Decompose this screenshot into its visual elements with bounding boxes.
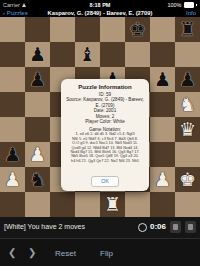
square-a6[interactable]	[0, 67, 25, 92]
flip-button[interactable]: Flip	[100, 249, 113, 258]
bottom-toolbar: ❮ ❯ Reset Flip	[0, 238, 200, 266]
square-g5[interactable]	[150, 92, 175, 117]
square-h7[interactable]	[175, 42, 200, 67]
square-g2[interactable]: ♟	[150, 167, 175, 192]
square-a2[interactable]: ♟	[0, 167, 25, 192]
message-bar: [White] You have 2 moves 0:06	[0, 217, 200, 238]
square-g8[interactable]	[150, 17, 175, 42]
square-h4[interactable]: ♛	[175, 117, 200, 142]
square-b5[interactable]	[25, 92, 50, 117]
white-pawn[interactable]: ♟	[150, 167, 175, 192]
black-pawn[interactable]: ♟	[175, 67, 200, 92]
page-title: Kasparov, G. (2849) - Bareev, E. (2709)	[20, 10, 180, 16]
square-a8[interactable]	[0, 17, 25, 42]
square-b8[interactable]	[25, 17, 50, 42]
puzzle-info-line: Player Color: White	[61, 119, 149, 124]
notation-line: O-O g5 9. dxc5 Nxc5 10. Nb3 Nxd3 11.	[61, 141, 149, 145]
black-pawn[interactable]: ♟	[25, 67, 50, 92]
battery-tip-icon	[196, 4, 197, 6]
square-b2[interactable]: ♞	[25, 167, 50, 192]
square-h5[interactable]: ♞	[175, 92, 200, 117]
square-f7[interactable]	[125, 42, 150, 67]
black-rook[interactable]: ♜	[175, 17, 200, 42]
game-notation: 1. e4 e6 2. d4 d5 3. Nd2 c5 4. Ngf3Nf6 5…	[61, 132, 149, 163]
black-bishop[interactable]: ♝	[75, 42, 100, 67]
app-window: Carrier 8:18 PM 100% ‹ Puzzles Kasparov,…	[0, 0, 200, 266]
battery-percent: 100%	[167, 2, 181, 8]
puzzle-info-lines: ID: 59Source: Kasparov, G. (2849) - Bare…	[61, 92, 149, 124]
dialog-title: Puzzle Information	[61, 79, 149, 90]
square-e8[interactable]	[100, 17, 125, 42]
square-a3[interactable]: ♟	[0, 142, 25, 167]
aux-button-2[interactable]	[185, 221, 196, 233]
square-b4[interactable]	[25, 117, 50, 142]
ok-button[interactable]: OK	[91, 176, 119, 187]
square-a7[interactable]	[0, 42, 25, 67]
square-a5[interactable]	[0, 92, 25, 117]
square-e7[interactable]	[100, 42, 125, 67]
black-knight[interactable]: ♞	[25, 167, 50, 192]
square-b1[interactable]	[25, 192, 50, 217]
white-queen[interactable]: ♛	[175, 117, 200, 142]
black-pawn[interactable]: ♟	[25, 42, 50, 67]
battery-icon	[184, 2, 194, 8]
square-g3[interactable]	[150, 142, 175, 167]
turn-message: [White] You have 2 moves	[4, 223, 85, 230]
square-f1[interactable]	[125, 192, 150, 217]
square-g6[interactable]: ♟	[150, 67, 175, 92]
white-king[interactable]: ♚	[175, 167, 200, 192]
square-b3[interactable]: ♟	[25, 142, 50, 167]
aux-button-1-icon	[173, 224, 178, 230]
white-rook[interactable]: ♜	[100, 192, 125, 217]
back-chevron-icon: ‹	[3, 10, 5, 16]
info-button[interactable]: Info	[186, 10, 196, 16]
square-h8[interactable]: ♜	[175, 17, 200, 42]
square-c1[interactable]	[50, 192, 75, 217]
white-pawn[interactable]: ♟	[25, 142, 50, 167]
black-pawn[interactable]: ♟	[150, 67, 175, 92]
square-h3[interactable]	[175, 142, 200, 167]
square-c8[interactable]	[50, 17, 75, 42]
square-b7[interactable]: ♟	[25, 42, 50, 67]
square-a4[interactable]	[0, 117, 25, 142]
square-c7[interactable]	[50, 42, 75, 67]
black-pawn[interactable]: ♟	[0, 142, 25, 167]
white-knight[interactable]: ♞	[175, 92, 200, 117]
square-d8[interactable]	[75, 17, 100, 42]
next-move-button[interactable]: ❯	[28, 247, 36, 258]
previous-move-button[interactable]: ❮	[8, 247, 16, 258]
square-h2[interactable]: ♚	[175, 167, 200, 192]
status-bar: Carrier 8:18 PM 100%	[0, 0, 200, 9]
square-g4[interactable]	[150, 117, 175, 142]
notation-line: h4 h6 21. Qg3 Qe7 22. Ne2 Nf4 23. Nh5	[61, 159, 149, 163]
clock-icon	[138, 223, 147, 232]
square-h1[interactable]	[175, 192, 200, 217]
puzzle-information-dialog: Puzzle Information ID: 59Source: Kasparo…	[61, 79, 149, 191]
square-d1[interactable]	[75, 192, 100, 217]
square-g7[interactable]	[150, 42, 175, 67]
timer-value: 0:06	[150, 222, 166, 231]
square-h6[interactable]: ♟	[175, 67, 200, 92]
square-a1[interactable]	[0, 192, 25, 217]
black-king[interactable]: ♚	[125, 17, 150, 42]
aux-button-2-icon	[188, 224, 193, 230]
square-e1[interactable]: ♜	[100, 192, 125, 217]
white-pawn[interactable]: ♟	[0, 167, 25, 192]
square-g1[interactable]	[150, 192, 175, 217]
square-b6[interactable]: ♟	[25, 67, 50, 92]
reset-button[interactable]: Reset	[55, 249, 76, 258]
square-d7[interactable]: ♝	[75, 42, 100, 67]
aux-button-1[interactable]	[170, 221, 181, 233]
nav-bar: ‹ Puzzles Kasparov, G. (2849) - Bareev, …	[0, 9, 200, 17]
square-f8[interactable]: ♚	[125, 17, 150, 42]
